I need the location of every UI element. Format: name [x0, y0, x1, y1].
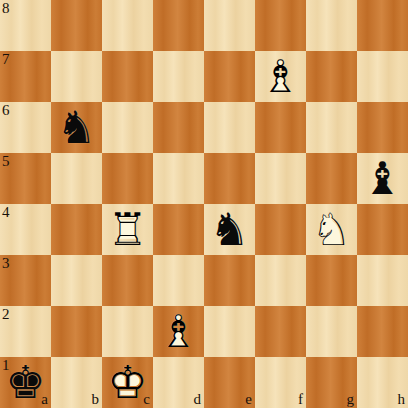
square-f3[interactable]	[255, 255, 306, 306]
square-b6[interactable]: ♞	[51, 102, 102, 153]
file-label-f: f	[298, 392, 303, 407]
black-knight[interactable]: ♞	[51, 102, 102, 153]
square-h6[interactable]	[357, 102, 408, 153]
white-bishop-outline-glyph: ♗	[153, 306, 204, 357]
rank-label-3: 3	[2, 256, 10, 271]
file-label-h: h	[398, 392, 406, 407]
square-b5[interactable]	[51, 153, 102, 204]
square-g7[interactable]	[306, 51, 357, 102]
square-a7[interactable]: 7	[0, 51, 51, 102]
square-f5[interactable]	[255, 153, 306, 204]
square-c3[interactable]	[102, 255, 153, 306]
file-label-d: d	[194, 392, 202, 407]
white-bishop-outline-glyph: ♗	[255, 51, 306, 102]
square-a5[interactable]: 5	[0, 153, 51, 204]
square-b7[interactable]	[51, 51, 102, 102]
square-d8[interactable]	[153, 0, 204, 51]
square-h1[interactable]: h	[357, 357, 408, 408]
square-f8[interactable]	[255, 0, 306, 51]
square-h3[interactable]	[357, 255, 408, 306]
black-bishop-glyph: ♝	[357, 153, 408, 204]
square-f2[interactable]	[255, 306, 306, 357]
square-d6[interactable]	[153, 102, 204, 153]
square-h5[interactable]: ♝	[357, 153, 408, 204]
black-king[interactable]: ♚	[0, 357, 51, 408]
rank-label-6: 6	[2, 103, 10, 118]
square-e5[interactable]	[204, 153, 255, 204]
black-knight-glyph: ♞	[204, 204, 255, 255]
square-e7[interactable]	[204, 51, 255, 102]
square-a6[interactable]: 6	[0, 102, 51, 153]
white-knight[interactable]: ♞♘	[306, 204, 357, 255]
square-g6[interactable]	[306, 102, 357, 153]
file-label-b: b	[92, 392, 100, 407]
square-a3[interactable]: 3	[0, 255, 51, 306]
square-a2[interactable]: 2	[0, 306, 51, 357]
square-g5[interactable]	[306, 153, 357, 204]
square-g8[interactable]	[306, 0, 357, 51]
square-d2[interactable]: ♝♗	[153, 306, 204, 357]
black-king-glyph: ♚	[0, 357, 51, 408]
square-e4[interactable]: ♞	[204, 204, 255, 255]
rank-label-8: 8	[2, 1, 10, 16]
square-h8[interactable]	[357, 0, 408, 51]
white-rook[interactable]: ♜♖	[102, 204, 153, 255]
square-c1[interactable]: c♚♔	[102, 357, 153, 408]
black-bishop[interactable]: ♝	[357, 153, 408, 204]
black-knight[interactable]: ♞	[204, 204, 255, 255]
white-rook-outline-glyph: ♖	[102, 204, 153, 255]
square-h2[interactable]	[357, 306, 408, 357]
square-f4[interactable]	[255, 204, 306, 255]
square-g1[interactable]: g	[306, 357, 357, 408]
square-c4[interactable]: ♜♖	[102, 204, 153, 255]
square-b2[interactable]	[51, 306, 102, 357]
black-knight-glyph: ♞	[51, 102, 102, 153]
rank-label-5: 5	[2, 154, 10, 169]
square-h4[interactable]	[357, 204, 408, 255]
file-label-g: g	[347, 392, 355, 407]
square-e8[interactable]	[204, 0, 255, 51]
square-a1[interactable]: 1a♚	[0, 357, 51, 408]
square-f1[interactable]: f	[255, 357, 306, 408]
rank-label-4: 4	[2, 205, 10, 220]
white-knight-outline-glyph: ♘	[306, 204, 357, 255]
square-e3[interactable]	[204, 255, 255, 306]
square-a4[interactable]: 4	[0, 204, 51, 255]
square-d3[interactable]	[153, 255, 204, 306]
square-g3[interactable]	[306, 255, 357, 306]
square-a8[interactable]: 8	[0, 0, 51, 51]
white-king[interactable]: ♚♔	[102, 357, 153, 408]
square-f7[interactable]: ♝♗	[255, 51, 306, 102]
square-e2[interactable]	[204, 306, 255, 357]
square-b1[interactable]: b	[51, 357, 102, 408]
square-d1[interactable]: d	[153, 357, 204, 408]
rank-label-2: 2	[2, 307, 10, 322]
chess-board-container: 87♝♗6♞5♝4♜♖♞♞♘32♝♗1a♚bc♚♔defgh	[0, 0, 408, 408]
chess-board: 87♝♗6♞5♝4♜♖♞♞♘32♝♗1a♚bc♚♔defgh	[0, 0, 408, 408]
white-bishop[interactable]: ♝♗	[153, 306, 204, 357]
square-b8[interactable]	[51, 0, 102, 51]
file-label-e: e	[245, 392, 252, 407]
square-d7[interactable]	[153, 51, 204, 102]
square-e6[interactable]	[204, 102, 255, 153]
square-f6[interactable]	[255, 102, 306, 153]
rank-label-7: 7	[2, 52, 10, 67]
square-b4[interactable]	[51, 204, 102, 255]
square-d4[interactable]	[153, 204, 204, 255]
square-e1[interactable]: e	[204, 357, 255, 408]
white-king-outline-glyph: ♔	[102, 357, 153, 408]
square-g2[interactable]	[306, 306, 357, 357]
square-d5[interactable]	[153, 153, 204, 204]
square-c6[interactable]	[102, 102, 153, 153]
square-c5[interactable]	[102, 153, 153, 204]
white-bishop[interactable]: ♝♗	[255, 51, 306, 102]
square-g4[interactable]: ♞♘	[306, 204, 357, 255]
square-c7[interactable]	[102, 51, 153, 102]
square-h7[interactable]	[357, 51, 408, 102]
square-c2[interactable]	[102, 306, 153, 357]
square-b3[interactable]	[51, 255, 102, 306]
square-c8[interactable]	[102, 0, 153, 51]
